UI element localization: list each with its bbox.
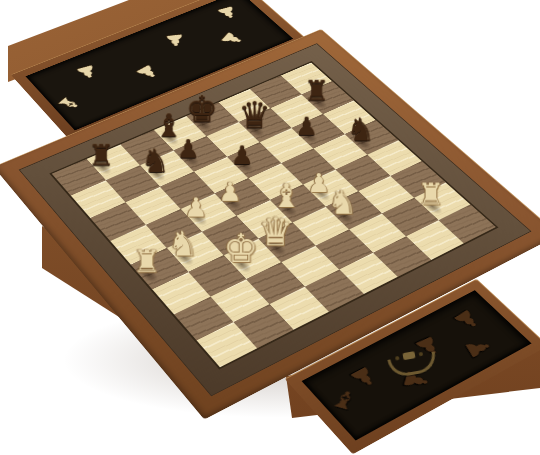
- square-h8[interactable]: [439, 204, 496, 243]
- piece-black-queen[interactable]: ♛: [234, 97, 276, 133]
- piece-black-knight[interactable]: ♞: [340, 114, 382, 146]
- chess-box-scene: ♟♟♟♟♟♝ ♜♞♜♟♛♟♞♚♟♝♝♟♟♛♞♟♚♜♞♜ ♟♟♟♟♟♝: [0, 0, 540, 455]
- piece-black-pawn[interactable]: ♟: [221, 142, 264, 167]
- piece-black-pawn[interactable]: ♟: [286, 114, 328, 139]
- box-plane: ♟♟♟♟♟♝ ♜♞♜♟♛♟♞♚♟♝♝♟♟♛♞♟♚♜♞♜ ♟♟♟♟♟♝: [0, 0, 540, 455]
- piece-black-rook[interactable]: ♜: [80, 141, 123, 170]
- piece-black-knight[interactable]: ♞: [134, 144, 177, 176]
- white-captured-pawn[interactable]: ♟: [214, 4, 243, 22]
- white-captured-pawn[interactable]: ♟: [73, 62, 102, 82]
- black-captured-pawn[interactable]: ♟: [460, 335, 498, 361]
- square-a2[interactable]: ♜: [87, 144, 140, 180]
- piece-white-bishop[interactable]: ♝: [264, 179, 308, 212]
- piece-white-knight[interactable]: ♞: [320, 185, 364, 218]
- black-captured-pawn[interactable]: ♟: [344, 362, 384, 392]
- scene-3d: ♟♟♟♟♟♝ ♜♞♜♟♛♟♞♚♟♝♝♟♟♛♞♟♚♜♞♜ ♟♟♟♟♟♝: [0, 0, 540, 455]
- piece-black-rook[interactable]: ♜: [296, 77, 337, 105]
- white-captured-bishop[interactable]: ♝: [52, 93, 86, 114]
- piece-white-rook[interactable]: ♜: [409, 179, 453, 209]
- piece-white-pawn[interactable]: ♟: [174, 194, 219, 220]
- white-captured-pawn[interactable]: ♟: [131, 62, 164, 83]
- black-captured-pawn[interactable]: ♟: [448, 306, 487, 334]
- piece-white-king[interactable]: ♚: [218, 229, 264, 269]
- square-b4[interactable]: ♟: [174, 136, 228, 171]
- white-captured-pawn[interactable]: ♟: [163, 32, 187, 49]
- white-captured-pawn[interactable]: ♟: [217, 30, 249, 48]
- black-captured-bishop[interactable]: ♝: [326, 386, 362, 415]
- piece-white-rook[interactable]: ♜: [124, 246, 170, 277]
